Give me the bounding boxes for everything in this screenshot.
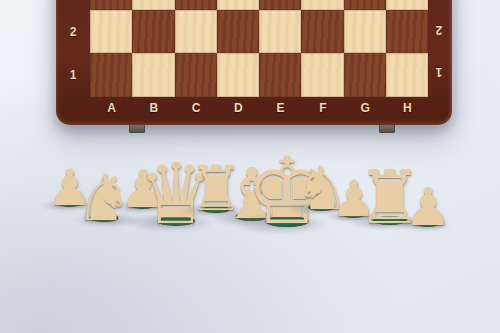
pawn-glyph: ♟ bbox=[405, 177, 452, 237]
pieces-row: ♟♞♟♛♜♝♚♞♟♜♟ bbox=[0, 0, 500, 333]
photo-scene: ABCDEFGH2121 ♟♞♟♛♜♝♚♞♟♜♟ bbox=[0, 0, 500, 333]
chess-piece-pawn[interactable]: ♟ bbox=[405, 181, 452, 233]
